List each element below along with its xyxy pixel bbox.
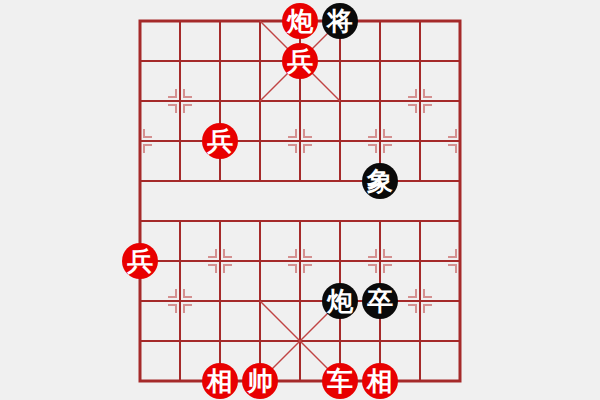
piece-black-elephant[interactable]: 象 <box>362 163 398 199</box>
piece-red-cannon[interactable]: 炮 <box>282 3 318 39</box>
piece-red-chariot[interactable]: 车 <box>322 363 358 399</box>
piece-black-cannon[interactable]: 炮 <box>322 283 358 319</box>
piece-red-elephant[interactable]: 相 <box>202 363 238 399</box>
xiangqi-piece-grid: 炮将兵兵象兵炮卒相帅车相 <box>120 1 480 400</box>
piece-red-general[interactable]: 帅 <box>242 363 278 399</box>
piece-red-soldier[interactable]: 兵 <box>282 43 318 79</box>
piece-red-soldier[interactable]: 兵 <box>122 243 158 279</box>
xiangqi-app-background: 炮将兵兵象兵炮卒相帅车相 <box>0 0 600 400</box>
piece-black-soldier[interactable]: 卒 <box>362 283 398 319</box>
piece-red-soldier[interactable]: 兵 <box>202 123 238 159</box>
piece-red-elephant[interactable]: 相 <box>362 363 398 399</box>
piece-black-general[interactable]: 将 <box>322 3 358 39</box>
